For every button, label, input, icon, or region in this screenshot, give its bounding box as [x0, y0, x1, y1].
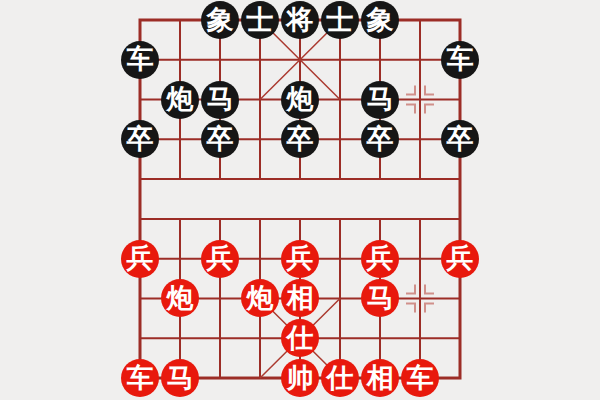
cannon-point-marker	[406, 303, 415, 312]
piece-red-elephant[interactable]: 相	[281, 279, 319, 317]
piece-red-pawn[interactable]: 兵	[201, 240, 239, 278]
piece-red-horse[interactable]: 马	[361, 279, 399, 317]
piece-black-pawn[interactable]: 卒	[361, 120, 399, 158]
piece-black-pawn[interactable]: 卒	[201, 120, 239, 158]
piece-red-rook[interactable]: 车	[401, 359, 439, 397]
piece-black-rook[interactable]: 车	[121, 41, 159, 79]
cannon-point-marker	[425, 105, 434, 114]
piece-red-horse[interactable]: 马	[161, 359, 199, 397]
piece-red-rook[interactable]: 车	[121, 359, 159, 397]
piece-black-pawn[interactable]: 卒	[281, 120, 319, 158]
piece-black-pawn[interactable]: 卒	[441, 120, 479, 158]
piece-black-cannon[interactable]: 炮	[281, 81, 319, 119]
piece-black-king[interactable]: 将	[281, 1, 319, 39]
piece-red-pawn[interactable]: 兵	[121, 240, 159, 278]
cannon-point-marker	[425, 284, 434, 293]
piece-red-elephant[interactable]: 相	[361, 359, 399, 397]
cannon-point-marker	[425, 303, 434, 312]
piece-black-advisor[interactable]: 士	[321, 1, 359, 39]
cannon-point-marker	[406, 284, 415, 293]
piece-red-advisor[interactable]: 仕	[281, 319, 319, 357]
piece-black-cannon[interactable]: 炮	[161, 81, 199, 119]
piece-black-advisor[interactable]: 士	[241, 1, 279, 39]
piece-black-elephant[interactable]: 象	[361, 1, 399, 39]
piece-red-pawn[interactable]: 兵	[361, 240, 399, 278]
cannon-point-marker	[425, 86, 434, 95]
xiangqi-board[interactable]: 象士将士象车车炮马炮马卒卒卒卒卒兵兵兵兵兵炮炮相马仕车马帅仕相车	[0, 0, 600, 400]
piece-red-cannon[interactable]: 炮	[241, 279, 279, 317]
cannon-point-marker	[406, 86, 415, 95]
piece-red-pawn[interactable]: 兵	[281, 240, 319, 278]
piece-red-advisor[interactable]: 仕	[321, 359, 359, 397]
piece-black-pawn[interactable]: 卒	[121, 120, 159, 158]
piece-black-elephant[interactable]: 象	[201, 1, 239, 39]
piece-red-pawn[interactable]: 兵	[441, 240, 479, 278]
piece-black-horse[interactable]: 马	[361, 81, 399, 119]
piece-black-rook[interactable]: 车	[441, 41, 479, 79]
piece-black-horse[interactable]: 马	[201, 81, 239, 119]
piece-red-cannon[interactable]: 炮	[161, 279, 199, 317]
piece-red-king[interactable]: 帅	[281, 359, 319, 397]
cannon-point-marker	[406, 105, 415, 114]
